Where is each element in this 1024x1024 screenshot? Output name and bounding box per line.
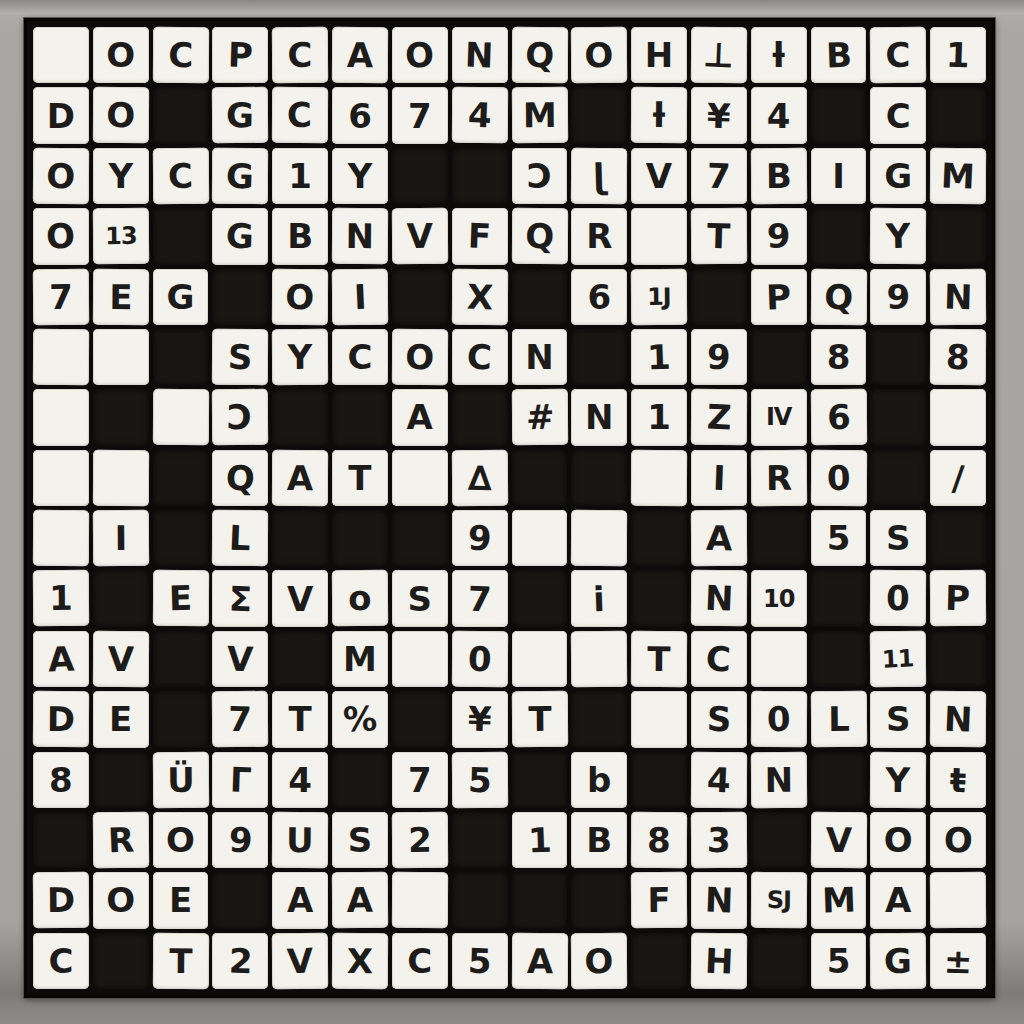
grid-cell[interactable]: I xyxy=(691,450,747,506)
cell-glyph: 6 xyxy=(587,277,611,317)
cell-glyph: B xyxy=(766,156,792,196)
cell-glyph: 4 xyxy=(767,96,791,136)
cell-glyph: ± xyxy=(943,940,973,981)
black-cell xyxy=(631,752,687,808)
black-cell xyxy=(691,269,747,325)
grid-cell[interactable]: ⊥ xyxy=(691,27,747,84)
grid-cell[interactable]: C xyxy=(33,933,89,989)
grid-cell[interactable]: 7 xyxy=(392,87,448,143)
grid-cell[interactable]: ∆ xyxy=(451,449,507,506)
black-cell xyxy=(212,269,268,325)
black-cell xyxy=(631,933,687,989)
grid-cell[interactable]: O xyxy=(153,812,209,868)
grid-cell[interactable]: A xyxy=(33,631,89,687)
cell-glyph: ŧ xyxy=(949,759,967,800)
grid-cell[interactable]: C xyxy=(870,87,926,143)
cell-glyph: G xyxy=(884,941,912,981)
grid-cell[interactable]: L xyxy=(212,510,268,567)
grid-cell[interactable]: ¥ xyxy=(691,87,747,143)
cell-glyph: O xyxy=(46,216,76,257)
grid-cell[interactable] xyxy=(33,27,89,83)
grid-cell[interactable]: 8 xyxy=(811,329,867,385)
grid-cell[interactable]: Q xyxy=(511,27,567,84)
grid-cell[interactable] xyxy=(392,631,448,687)
cell-glyph: N xyxy=(704,578,734,619)
puzzle-grid: OCPCAONQOH⊥ƚBC1DOGC674Mƚ¥4COYCG1YƆɭV7BIG… xyxy=(24,18,995,998)
black-cell xyxy=(153,691,209,747)
grid-cell[interactable]: 0 xyxy=(870,570,926,627)
grid-cell[interactable]: Q xyxy=(212,450,268,506)
grid-cell[interactable] xyxy=(512,631,568,687)
grid-cell[interactable]: C xyxy=(332,329,388,385)
black-cell xyxy=(751,510,807,566)
grid-cell[interactable]: V xyxy=(212,631,268,687)
grid-cell[interactable]: T xyxy=(511,691,567,748)
cell-glyph: F xyxy=(467,216,492,257)
cell-glyph: V xyxy=(286,940,314,981)
cell-glyph: O xyxy=(585,941,614,981)
grid-cell[interactable]: G xyxy=(153,269,209,325)
grid-cell[interactable]: O xyxy=(392,329,448,386)
grid-cell[interactable]: S xyxy=(332,812,388,868)
grid-cell[interactable]: 7 xyxy=(691,148,747,204)
grid-cell[interactable]: O xyxy=(33,208,89,264)
black-cell xyxy=(512,752,568,808)
cell-glyph: G xyxy=(226,95,255,136)
grid-cell[interactable] xyxy=(93,329,149,385)
cell-glyph: H xyxy=(704,940,734,981)
cell-glyph: 1 xyxy=(527,820,552,861)
grid-cell[interactable]: N xyxy=(452,27,508,83)
cell-glyph: N xyxy=(585,397,613,437)
cell-glyph: A xyxy=(347,35,374,75)
cell-glyph: 2 xyxy=(408,820,432,860)
cell-glyph: 7 xyxy=(467,578,492,619)
grid-cell[interactable]: C xyxy=(152,27,208,84)
grid-cell[interactable]: 6 xyxy=(571,269,627,325)
grid-cell[interactable]: T xyxy=(272,691,328,747)
grid-cell[interactable]: S xyxy=(212,329,268,386)
black-cell xyxy=(212,872,268,928)
grid-cell[interactable]: S xyxy=(392,570,448,626)
grid-cell[interactable]: F xyxy=(452,208,508,264)
grid-cell[interactable]: O xyxy=(93,87,149,144)
cell-glyph: O xyxy=(585,35,614,75)
cell-glyph: Y xyxy=(348,156,373,196)
grid-cell[interactable]: 7 xyxy=(392,752,448,808)
black-cell xyxy=(571,329,627,385)
grid-cell[interactable]: ɭ xyxy=(571,148,627,205)
grid-cell[interactable]: V xyxy=(631,148,687,204)
grid-cell[interactable]: P xyxy=(212,27,268,83)
grid-cell[interactable]: E xyxy=(93,268,149,325)
grid-cell[interactable]: A xyxy=(392,389,448,445)
grid-cell[interactable]: A xyxy=(870,872,926,928)
grid-cell[interactable]: B xyxy=(272,208,328,264)
grid-cell[interactable]: N xyxy=(930,691,986,748)
cell-glyph: 0 xyxy=(467,638,492,679)
cell-glyph: F xyxy=(647,880,671,920)
cell-glyph: V xyxy=(107,639,134,679)
grid-cell[interactable]: 9 xyxy=(870,269,926,325)
grid-cell[interactable]: G xyxy=(212,148,268,205)
grid-cell[interactable]: 7 xyxy=(452,570,508,626)
grid-cell[interactable]: G xyxy=(212,87,268,144)
grid-cell[interactable]: Ɔ xyxy=(212,389,268,446)
grid-cell[interactable]: 0 xyxy=(751,691,807,748)
grid-cell[interactable]: T xyxy=(631,631,687,688)
grid-cell[interactable]: P xyxy=(751,269,807,325)
black-cell xyxy=(272,631,328,687)
cell-glyph: b xyxy=(587,760,611,800)
cell-glyph: O xyxy=(884,820,913,860)
grid-cell[interactable]: Σ xyxy=(212,570,268,626)
grid-cell[interactable] xyxy=(392,872,448,929)
black-cell xyxy=(811,87,867,143)
cell-glyph: ¥ xyxy=(706,95,731,136)
grid-cell[interactable]: U xyxy=(272,812,328,869)
grid-cell[interactable]: 3 xyxy=(691,812,747,869)
grid-cell[interactable]: ŧ xyxy=(930,752,986,808)
grid-cell[interactable]: G xyxy=(212,208,268,264)
black-cell xyxy=(571,87,627,143)
grid-cell[interactable]: b xyxy=(571,752,627,808)
grid-cell[interactable]: ∕ xyxy=(930,450,986,506)
grid-cell[interactable]: I xyxy=(93,510,149,567)
grid-cell[interactable] xyxy=(930,389,986,445)
grid-cell[interactable]: 0 xyxy=(451,631,507,688)
grid-cell[interactable]: 7 xyxy=(33,268,89,325)
grid-cell[interactable]: O xyxy=(870,812,926,868)
grid-cell[interactable]: 4 xyxy=(272,752,328,808)
black-cell xyxy=(332,389,388,445)
grid-cell[interactable]: B xyxy=(811,27,867,83)
black-cell xyxy=(870,450,926,506)
black-cell xyxy=(452,872,508,928)
grid-cell[interactable]: X xyxy=(332,932,388,989)
cell-glyph: 10 xyxy=(763,585,794,613)
grid-cell[interactable]: C xyxy=(272,27,328,84)
cell-glyph: V xyxy=(287,579,313,619)
grid-cell[interactable]: 8 xyxy=(33,752,89,808)
grid-cell[interactable]: N xyxy=(571,389,627,445)
cell-glyph: 11 xyxy=(882,644,915,673)
grid-cell[interactable]: E xyxy=(152,570,208,627)
grid-cell[interactable]: O xyxy=(272,268,328,325)
grid-cell[interactable]: 6 xyxy=(810,389,866,446)
cell-glyph: Ɔ xyxy=(527,156,552,196)
cell-glyph: Σ xyxy=(228,578,253,619)
grid-cell[interactable]: 13 xyxy=(93,208,149,265)
grid-cell[interactable]: T xyxy=(332,450,388,506)
grid-cell[interactable]: B xyxy=(751,148,807,205)
grid-cell[interactable]: 9 xyxy=(212,812,268,868)
cell-glyph: ¥ xyxy=(467,699,492,740)
cell-glyph: L xyxy=(229,518,252,559)
black-cell xyxy=(392,269,448,325)
grid-cell[interactable]: A xyxy=(691,510,747,567)
cell-glyph: SJ xyxy=(766,886,790,914)
grid-cell[interactable]: Ü xyxy=(152,751,208,808)
grid-cell[interactable]: 8 xyxy=(631,812,687,869)
grid-cell[interactable]: R xyxy=(751,449,807,506)
grid-cell[interactable]: Y xyxy=(93,148,149,204)
cell-glyph: C xyxy=(168,35,193,75)
cell-glyph: 0 xyxy=(766,699,791,740)
grid-cell[interactable]: 7 xyxy=(212,691,268,748)
cell-glyph: IV xyxy=(766,403,792,431)
cell-glyph: 5 xyxy=(827,941,851,981)
grid-cell[interactable]: Z xyxy=(691,389,747,446)
grid-cell[interactable]: 1 xyxy=(512,812,568,868)
cell-glyph: 4 xyxy=(467,95,492,136)
grid-cell[interactable]: A xyxy=(272,449,328,506)
black-cell xyxy=(870,389,926,445)
grid-cell[interactable]: A xyxy=(272,872,328,928)
grid-cell[interactable]: ¥ xyxy=(452,691,508,747)
grid-cell[interactable] xyxy=(33,329,89,386)
cell-glyph: 1 xyxy=(647,397,671,437)
grid-cell[interactable]: V xyxy=(272,932,328,989)
grid-cell[interactable] xyxy=(152,389,208,446)
cell-glyph: I xyxy=(712,458,726,498)
grid-cell[interactable]: V xyxy=(392,208,448,265)
cell-glyph: B xyxy=(287,216,313,256)
grid-cell[interactable]: O xyxy=(571,27,627,84)
black-cell xyxy=(272,510,328,566)
cell-glyph: 4 xyxy=(288,760,312,800)
grid-cell[interactable]: P xyxy=(930,570,986,627)
grid-cell[interactable]: H xyxy=(631,27,687,83)
grid-cell[interactable]: # xyxy=(511,389,567,446)
grid-cell[interactable] xyxy=(930,872,986,929)
grid-cell[interactable]: R xyxy=(571,208,627,264)
black-cell xyxy=(751,933,807,989)
grid-cell[interactable]: 2 xyxy=(392,812,448,869)
black-cell xyxy=(153,208,209,264)
cell-glyph: 0 xyxy=(826,457,851,498)
grid-cell[interactable]: E xyxy=(153,872,209,928)
grid-cell[interactable]: I xyxy=(811,148,867,204)
grid-cell[interactable]: M xyxy=(511,87,567,144)
cell-glyph: H xyxy=(645,35,673,75)
grid-cell[interactable]: Q xyxy=(511,208,567,265)
grid-cell[interactable] xyxy=(33,389,89,445)
grid-cell[interactable]: Ɔ xyxy=(512,148,568,204)
cell-glyph: Q xyxy=(525,35,554,75)
grid-cell[interactable]: M xyxy=(811,872,867,928)
black-cell xyxy=(93,570,149,626)
grid-cell[interactable] xyxy=(631,208,687,264)
grid-cell[interactable]: 4 xyxy=(451,87,507,144)
cell-glyph: A xyxy=(526,941,553,981)
grid-cell[interactable]: T xyxy=(152,932,208,989)
grid-cell[interactable]: N xyxy=(691,872,747,928)
grid-cell[interactable]: 6 xyxy=(332,87,388,143)
grid-cell[interactable]: N xyxy=(930,268,986,325)
grid-cell[interactable]: 4 xyxy=(691,751,747,808)
grid-cell[interactable]: 9 xyxy=(751,208,807,264)
grid-cell[interactable]: A xyxy=(511,932,567,989)
grid-cell[interactable]: O xyxy=(571,932,627,989)
grid-cell[interactable]: A xyxy=(332,872,388,929)
cell-glyph: A xyxy=(407,397,433,437)
cell-glyph: T xyxy=(289,699,312,739)
cell-glyph: Γ xyxy=(229,759,252,800)
grid-cell[interactable]: Q xyxy=(810,268,866,325)
cell-glyph: U xyxy=(286,820,314,860)
black-cell xyxy=(631,510,687,566)
grid-cell[interactable]: 9 xyxy=(691,329,747,385)
cell-glyph: Q xyxy=(824,277,853,317)
grid-cell[interactable]: S xyxy=(691,691,747,747)
grid-cell[interactable] xyxy=(93,449,149,506)
grid-cell[interactable]: I xyxy=(332,268,388,325)
grid-cell[interactable]: 1 xyxy=(631,389,687,445)
grid-cell[interactable]: 0 xyxy=(810,449,866,506)
grid-cell[interactable]: IV xyxy=(751,389,807,445)
cell-glyph: O xyxy=(405,35,435,76)
grid-cell[interactable]: A xyxy=(332,27,388,84)
cell-glyph: 2 xyxy=(228,940,253,981)
grid-cell[interactable]: 5 xyxy=(811,510,867,566)
grid-cell[interactable] xyxy=(512,510,568,566)
grid-cell[interactable]: i xyxy=(571,570,627,626)
grid-cell[interactable]: G xyxy=(870,932,926,989)
cell-glyph: i xyxy=(593,578,606,618)
grid-cell[interactable]: C xyxy=(691,631,747,687)
grid-cell[interactable]: L xyxy=(810,691,866,748)
grid-cell[interactable]: 5 xyxy=(811,933,867,989)
grid-cell[interactable] xyxy=(631,691,687,747)
grid-cell[interactable]: R xyxy=(93,812,149,869)
grid-cell[interactable]: E xyxy=(93,691,149,747)
black-cell xyxy=(153,87,209,143)
grid-cell[interactable]: % xyxy=(332,691,388,747)
grid-cell[interactable]: M xyxy=(332,631,388,687)
grid-cell[interactable]: 8 xyxy=(930,329,986,386)
grid-cell[interactable]: D xyxy=(33,872,89,929)
grid-cell[interactable] xyxy=(33,450,89,506)
grid-cell[interactable]: S xyxy=(870,691,926,747)
cell-glyph: 6 xyxy=(826,397,850,437)
grid-cell[interactable] xyxy=(392,450,448,506)
grid-cell[interactable]: C xyxy=(152,148,208,205)
grid-cell[interactable]: D xyxy=(33,87,89,143)
cell-glyph: O xyxy=(286,277,315,317)
cell-glyph: ɭ xyxy=(593,156,606,196)
grid-cell[interactable]: 5 xyxy=(451,751,507,808)
grid-cell[interactable]: D xyxy=(33,691,89,748)
cell-glyph: Q xyxy=(525,216,554,256)
cell-glyph: N xyxy=(346,216,375,256)
cell-glyph: A xyxy=(47,638,75,679)
grid-cell[interactable] xyxy=(571,631,627,688)
grid-cell[interactable]: 1 xyxy=(631,329,687,385)
grid-cell[interactable] xyxy=(631,449,687,506)
grid-cell[interactable] xyxy=(571,510,627,567)
photo-frame: OCPCAONQOH⊥ƚBC1DOGC674Mƚ¥4COYCG1YƆɭV7BIG… xyxy=(0,0,1024,1024)
grid-cell[interactable]: N xyxy=(751,751,807,808)
cell-glyph: E xyxy=(109,277,133,317)
grid-cell[interactable]: Y xyxy=(870,208,926,265)
cell-glyph: 7 xyxy=(228,699,253,740)
grid-cell[interactable]: 4 xyxy=(751,87,807,143)
grid-cell[interactable]: V xyxy=(810,812,866,869)
grid-cell[interactable]: ƚ xyxy=(751,27,807,83)
grid-cell[interactable]: O xyxy=(93,27,149,83)
grid-cell[interactable]: T xyxy=(691,208,747,265)
cell-glyph: T xyxy=(528,699,552,739)
grid-cell[interactable]: C xyxy=(452,329,508,385)
grid-cell[interactable]: Γ xyxy=(212,752,268,808)
grid-cell[interactable]: 10 xyxy=(751,570,807,626)
grid-cell[interactable]: o xyxy=(332,570,388,627)
black-cell xyxy=(512,450,568,506)
cell-glyph: D xyxy=(47,880,76,920)
grid-cell[interactable]: M xyxy=(930,148,986,205)
grid-cell[interactable]: F xyxy=(631,872,687,929)
grid-cell[interactable]: 5 xyxy=(452,933,508,989)
grid-cell[interactable] xyxy=(751,631,807,687)
grid-cell[interactable]: G xyxy=(870,148,926,204)
grid-cell[interactable]: ± xyxy=(930,933,986,989)
black-cell xyxy=(512,872,568,928)
cell-glyph: S xyxy=(348,820,373,860)
grid-cell[interactable]: Y xyxy=(272,329,328,386)
grid-cell[interactable]: 1J xyxy=(631,268,687,325)
grid-cell[interactable]: O xyxy=(33,148,89,205)
grid-cell[interactable]: C xyxy=(392,933,448,989)
grid-cell[interactable]: O xyxy=(930,812,986,868)
grid-cell[interactable]: S xyxy=(870,510,926,566)
cell-glyph: D xyxy=(47,96,75,136)
grid-cell[interactable]: 11 xyxy=(870,631,926,688)
grid-cell[interactable]: 2 xyxy=(212,933,268,989)
grid-cell[interactable]: B xyxy=(571,812,627,868)
cell-glyph: V xyxy=(226,638,254,679)
grid-cell[interactable]: V xyxy=(272,570,328,626)
grid-cell[interactable]: ƚ xyxy=(631,87,687,144)
grid-cell[interactable]: Y xyxy=(870,751,926,808)
grid-cell[interactable]: 1 xyxy=(272,148,328,204)
grid-cell[interactable]: N xyxy=(691,570,747,627)
cell-glyph: 8 xyxy=(945,337,970,378)
grid-cell[interactable]: 1 xyxy=(33,570,89,627)
cell-glyph: 8 xyxy=(49,760,73,800)
black-cell xyxy=(153,450,209,506)
grid-cell[interactable]: O xyxy=(392,27,448,83)
grid-cell[interactable]: 9 xyxy=(452,510,508,566)
grid-cell[interactable]: C xyxy=(870,27,926,84)
cell-glyph: E xyxy=(169,880,192,920)
cell-glyph: Z xyxy=(706,397,732,438)
grid-cell[interactable]: V xyxy=(93,631,149,688)
cell-glyph: N xyxy=(943,699,973,740)
grid-cell[interactable]: SJ xyxy=(751,872,807,929)
grid-cell[interactable]: H xyxy=(691,932,747,989)
cell-glyph: ⊥ xyxy=(702,35,735,76)
grid-cell[interactable]: Y xyxy=(332,148,388,204)
grid-cell[interactable]: X xyxy=(451,268,507,325)
grid-cell[interactable]: O xyxy=(93,872,149,928)
grid-cell[interactable]: 1 xyxy=(930,27,986,83)
grid-cell[interactable]: N xyxy=(512,329,568,385)
grid-cell[interactable] xyxy=(33,510,89,567)
grid-cell[interactable]: C xyxy=(272,87,328,144)
black-cell xyxy=(930,208,986,264)
grid-cell[interactable]: N xyxy=(332,208,388,265)
